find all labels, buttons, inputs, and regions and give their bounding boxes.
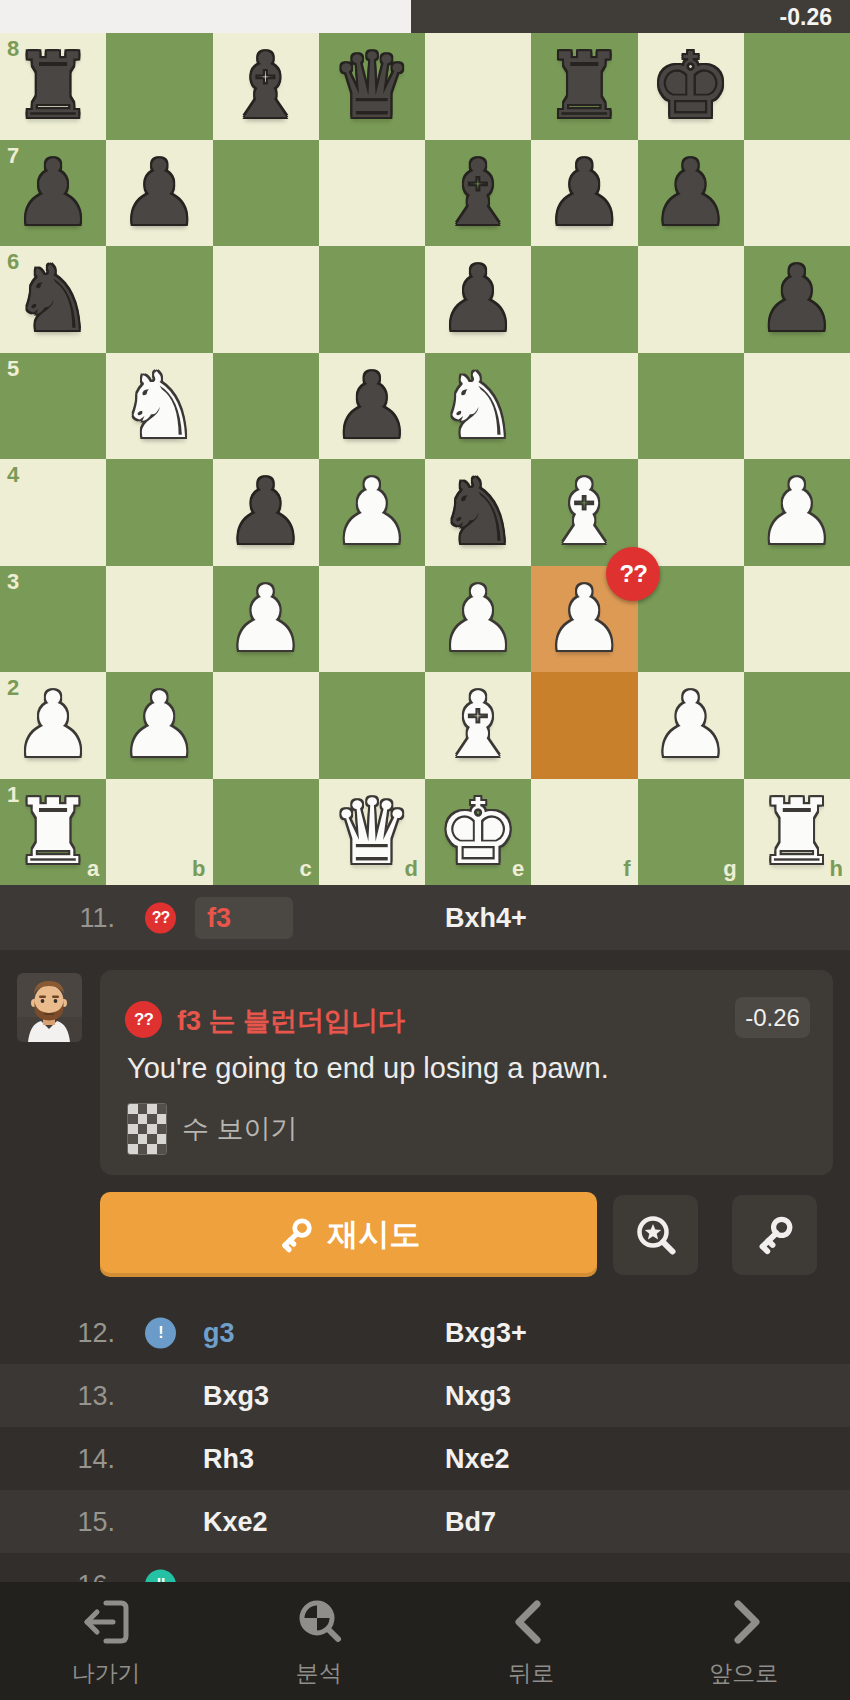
white-piece-p-e3: ♟: [425, 566, 531, 673]
white-move: Rh3: [203, 1443, 254, 1474]
move-row-15[interactable]: 15.Kxe2Bd7: [0, 1490, 850, 1553]
move-number: 13.: [40, 1380, 115, 1411]
square-f8[interactable]: ♜: [531, 33, 637, 140]
evaluation-bar-white: [0, 0, 411, 33]
chevron-left-icon: [503, 1594, 559, 1650]
move-list: 12.!g3Bxg3+13.Bxg3Nxg314.Rh3Nxe215.Kxe2B…: [0, 1301, 850, 1616]
white-move: Kxe2: [203, 1506, 268, 1537]
black-move: Bd7: [445, 1506, 496, 1537]
white-move: g3: [203, 1317, 235, 1348]
square-h3[interactable]: [744, 566, 850, 673]
file-label-h: h: [830, 856, 843, 882]
coach-comment-panel: ?? f3 는 블런더입니다 -0.26 You're going to end…: [100, 970, 833, 1175]
square-e1[interactable]: e♚: [425, 779, 531, 886]
black-piece-p-b7: ♟: [106, 140, 212, 247]
square-a2[interactable]: 2♟: [0, 672, 106, 779]
square-b5[interactable]: ♞: [106, 353, 212, 460]
square-e7[interactable]: ♝: [425, 140, 531, 247]
blunder-badge-board: ??: [606, 547, 660, 601]
black-move: Bxh4+: [445, 902, 527, 933]
black-move: Nxe2: [445, 1443, 510, 1474]
nav-exit[interactable]: 나가기: [0, 1582, 213, 1700]
rank-label-5: 5: [7, 356, 19, 382]
square-c3[interactable]: ♟: [213, 566, 319, 673]
evaluation-score: -0.26: [780, 3, 832, 30]
square-h4[interactable]: ♟: [744, 459, 850, 566]
square-c4[interactable]: ♟: [213, 459, 319, 566]
white-move: Bxg3: [203, 1380, 269, 1411]
white-piece-p-g2: ♟: [638, 672, 744, 779]
white-piece-n-b5: ♞: [106, 353, 212, 460]
hint-search-button[interactable]: [613, 1195, 698, 1275]
square-d2[interactable]: [319, 672, 425, 779]
key-icon: [277, 1216, 315, 1254]
retry-button[interactable]: 재시도: [100, 1192, 597, 1277]
square-h2[interactable]: [744, 672, 850, 779]
square-b7[interactable]: ♟: [106, 140, 212, 247]
square-b4[interactable]: [106, 459, 212, 566]
coach-avatar-image: [17, 973, 82, 1042]
move-number: 12.: [40, 1317, 115, 1348]
coach-eval-badge: -0.26: [735, 997, 810, 1038]
white-piece-p-c3: ♟: [213, 566, 319, 673]
chevron-right-icon: [716, 1594, 772, 1650]
black-piece-k-g8: ♚: [638, 33, 744, 140]
nav-analysis-label: 분석: [296, 1658, 342, 1689]
mini-chessboard-icon: [127, 1103, 167, 1155]
show-moves-button[interactable]: 수 보이기: [127, 1103, 298, 1155]
black-piece-b-e7: ♝: [425, 140, 531, 247]
square-c2[interactable]: [213, 672, 319, 779]
square-b1[interactable]: b: [106, 779, 212, 886]
square-a4[interactable]: 4: [0, 459, 106, 566]
move-row-current[interactable]: 11.??f3Bxh4+: [0, 885, 850, 950]
nav-analysis[interactable]: 분석: [213, 1582, 426, 1700]
rank-label-7: 7: [7, 143, 19, 169]
evaluation-bar: -0.26: [0, 0, 850, 33]
move-classification-icon: ??: [145, 902, 176, 933]
show-moves-label: 수 보이기: [182, 1111, 298, 1147]
retry-label: 재시도: [328, 1214, 421, 1256]
square-h5[interactable]: [744, 353, 850, 460]
square-f2[interactable]: [531, 672, 637, 779]
black-piece-p-g7: ♟: [638, 140, 744, 247]
black-piece-b-c8: ♝: [213, 33, 319, 140]
bottom-nav: 나가기 분석 뒤로 앞으로: [0, 1582, 850, 1700]
square-c8[interactable]: ♝: [213, 33, 319, 140]
square-c7[interactable]: [213, 140, 319, 247]
move-row-13[interactable]: 13.Bxg3Nxg3: [0, 1364, 850, 1427]
square-e2[interactable]: ♝: [425, 672, 531, 779]
coach-title: f3 는 블런더입니다: [177, 1003, 405, 1039]
white-piece-b-e2: ♝: [425, 672, 531, 779]
coach-avatar: [17, 973, 82, 1042]
square-d5[interactable]: ♟: [319, 353, 425, 460]
square-a3[interactable]: 3: [0, 566, 106, 673]
move-row-12[interactable]: 12.!g3Bxg3+: [0, 1301, 850, 1364]
square-g1[interactable]: g: [638, 779, 744, 886]
square-h7[interactable]: [744, 140, 850, 247]
square-b3[interactable]: [106, 566, 212, 673]
square-d8[interactable]: ♛: [319, 33, 425, 140]
chess-board[interactable]: 8♜♝♛♜♚7♟♟♝♟♟6♞♟♟5♞♟♞4♟♟♞♝♟3♟♟♟2♟♟♝♟1a♜bc…: [0, 33, 850, 885]
black-piece-p-d5: ♟: [319, 353, 425, 460]
rank-label-8: 8: [7, 36, 19, 62]
square-a6[interactable]: 6♞: [0, 246, 106, 353]
square-h6[interactable]: ♟: [744, 246, 850, 353]
white-piece-p-d4: ♟: [319, 459, 425, 566]
square-d6[interactable]: [319, 246, 425, 353]
square-e4[interactable]: ♞: [425, 459, 531, 566]
square-e5[interactable]: ♞: [425, 353, 531, 460]
white-piece-p-h4: ♟: [744, 459, 850, 566]
white-move: f3: [207, 902, 231, 933]
black-move: Bxg3+: [445, 1317, 527, 1348]
black-piece-p-e6: ♟: [425, 246, 531, 353]
file-label-f: f: [623, 856, 630, 882]
file-label-c: c: [300, 856, 312, 882]
square-a1[interactable]: 1a♜: [0, 779, 106, 886]
exit-door-icon: [78, 1594, 134, 1650]
square-e6[interactable]: ♟: [425, 246, 531, 353]
square-b8[interactable]: [106, 33, 212, 140]
rank-label-3: 3: [7, 569, 19, 595]
analysis-magnifier-icon: [291, 1594, 347, 1650]
black-piece-p-c4: ♟: [213, 459, 319, 566]
square-b6[interactable]: [106, 246, 212, 353]
square-f6[interactable]: [531, 246, 637, 353]
square-g2[interactable]: ♟: [638, 672, 744, 779]
square-g8[interactable]: ♚: [638, 33, 744, 140]
black-piece-p-f7: ♟: [531, 140, 637, 247]
file-label-e: e: [512, 856, 524, 882]
rank-label-2: 2: [7, 675, 19, 701]
square-a8[interactable]: 8♜: [0, 33, 106, 140]
rank-label-6: 6: [7, 249, 19, 275]
file-label-a: a: [87, 856, 99, 882]
square-g6[interactable]: [638, 246, 744, 353]
move-number: 11.: [40, 902, 115, 933]
black-piece-p-h6: ♟: [744, 246, 850, 353]
coach-sentence: You're going to end up losing a pawn.: [127, 1052, 609, 1085]
square-g4[interactable]: [638, 459, 744, 566]
square-d3[interactable]: [319, 566, 425, 673]
square-h1[interactable]: h♜: [744, 779, 850, 886]
solution-key-button[interactable]: [732, 1195, 817, 1275]
move-classification-icon: !: [145, 1317, 176, 1348]
nav-forward-label: 앞으로: [709, 1658, 778, 1689]
square-g5[interactable]: [638, 353, 744, 460]
rank-label-4: 4: [7, 462, 19, 488]
magnifier-star-icon: [634, 1213, 678, 1257]
square-f1[interactable]: f: [531, 779, 637, 886]
square-c1[interactable]: c: [213, 779, 319, 886]
nav-forward[interactable]: 앞으로: [638, 1582, 850, 1700]
move-number: 14.: [40, 1443, 115, 1474]
move-number: 15.: [40, 1506, 115, 1537]
rank-label-1: 1: [7, 782, 19, 808]
black-move: Nxg3: [445, 1380, 511, 1411]
file-label-g: g: [723, 856, 736, 882]
black-piece-r-f8: ♜: [531, 33, 637, 140]
file-label-d: d: [405, 856, 418, 882]
square-a5[interactable]: 5: [0, 353, 106, 460]
square-c6[interactable]: [213, 246, 319, 353]
blunder-icon: ??: [125, 1001, 162, 1038]
move-row-14[interactable]: 14.Rh3Nxe2: [0, 1427, 850, 1490]
white-piece-n-e5: ♞: [425, 353, 531, 460]
square-f5[interactable]: [531, 353, 637, 460]
move-row-11[interactable]: 11.??f3Bxh4+: [0, 885, 850, 950]
key-icon: [754, 1214, 796, 1256]
square-f7[interactable]: ♟: [531, 140, 637, 247]
nav-back-label: 뒤로: [508, 1658, 554, 1689]
black-piece-n-e4: ♞: [425, 459, 531, 566]
square-a7[interactable]: 7♟: [0, 140, 106, 247]
nav-exit-label: 나가기: [72, 1658, 141, 1689]
square-g7[interactable]: ♟: [638, 140, 744, 247]
square-b2[interactable]: ♟: [106, 672, 212, 779]
square-e8[interactable]: [425, 33, 531, 140]
square-h8[interactable]: [744, 33, 850, 140]
current-move-chip: f3: [195, 897, 293, 939]
square-e3[interactable]: ♟: [425, 566, 531, 673]
square-d1[interactable]: d♛: [319, 779, 425, 886]
nav-back[interactable]: 뒤로: [425, 1582, 638, 1700]
square-d7[interactable]: [319, 140, 425, 247]
black-piece-q-d8: ♛: [319, 33, 425, 140]
square-d4[interactable]: ♟: [319, 459, 425, 566]
square-c5[interactable]: [213, 353, 319, 460]
white-piece-p-b2: ♟: [106, 672, 212, 779]
file-label-b: b: [192, 856, 205, 882]
